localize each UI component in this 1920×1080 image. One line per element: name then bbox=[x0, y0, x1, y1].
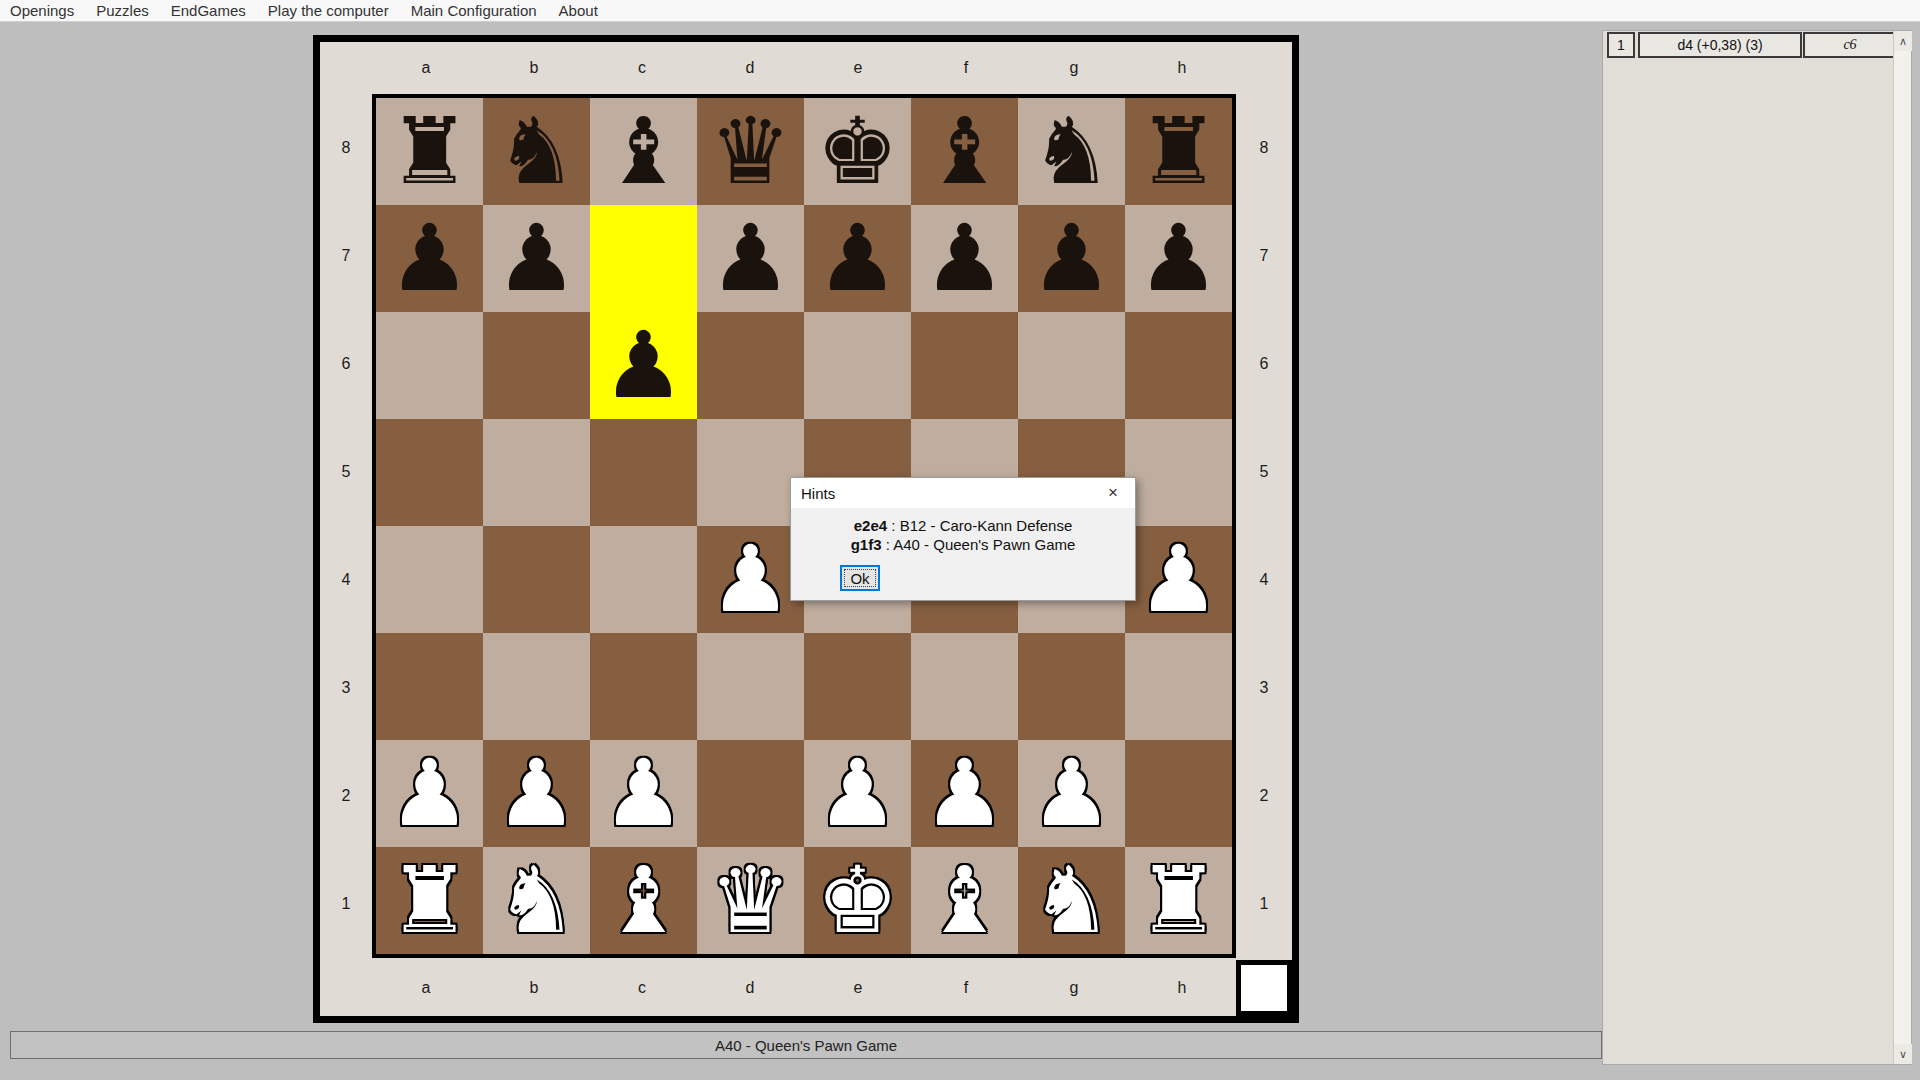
piece-white-pawn[interactable]: ♟ bbox=[495, 748, 577, 840]
square-e1[interactable]: ♚ bbox=[804, 847, 911, 954]
piece-white-queen[interactable]: ♛ bbox=[709, 855, 791, 947]
piece-black-pawn[interactable]: ♟ bbox=[923, 213, 1005, 305]
piece-black-pawn[interactable]: ♟ bbox=[709, 213, 791, 305]
piece-black-queen[interactable]: ♛ bbox=[709, 106, 791, 198]
square-g3[interactable] bbox=[1018, 633, 1125, 740]
move-list-panel: 1 d4 (+0,38) (3) c6 ∧ ∨ bbox=[1602, 30, 1912, 1065]
status-bar: A40 - Queen's Pawn Game bbox=[10, 1031, 1602, 1059]
piece-black-pawn[interactable]: ♟ bbox=[816, 213, 898, 305]
piece-white-pawn[interactable]: ♟ bbox=[709, 534, 791, 626]
rank-label-6: 6 bbox=[1236, 310, 1292, 418]
file-label-b: b bbox=[480, 42, 588, 94]
file-label-c: c bbox=[588, 958, 696, 1018]
move-row: 1 d4 (+0,38) (3) c6 bbox=[1603, 32, 1911, 58]
piece-white-pawn[interactable]: ♟ bbox=[1137, 534, 1219, 626]
square-h4[interactable]: ♟ bbox=[1125, 526, 1232, 633]
piece-black-knight[interactable]: ♞ bbox=[495, 106, 577, 198]
file-label-e: e bbox=[804, 42, 912, 94]
square-e3[interactable] bbox=[804, 633, 911, 740]
square-g1[interactable]: ♞ bbox=[1018, 847, 1125, 954]
hints-dialog-body: e2e4 : B12 - Caro-Kann Defense g1f3 : A4… bbox=[791, 508, 1135, 554]
square-c5[interactable] bbox=[590, 419, 697, 526]
square-f1[interactable]: ♝ bbox=[911, 847, 1018, 954]
rank-label-5: 5 bbox=[320, 418, 372, 526]
square-h8[interactable]: ♜ bbox=[1125, 98, 1232, 205]
square-g8[interactable]: ♞ bbox=[1018, 98, 1125, 205]
rank-label-3: 3 bbox=[1236, 634, 1292, 742]
hint-move-1: e2e4 bbox=[854, 517, 887, 534]
square-d1[interactable]: ♛ bbox=[697, 847, 804, 954]
piece-white-rook[interactable]: ♜ bbox=[1137, 855, 1219, 947]
hints-dialog-titlebar[interactable]: Hints × bbox=[791, 478, 1135, 508]
square-h2[interactable] bbox=[1125, 740, 1232, 847]
square-e8[interactable]: ♚ bbox=[804, 98, 911, 205]
square-c6[interactable]: ♟ bbox=[590, 312, 697, 419]
square-a2[interactable]: ♟ bbox=[376, 740, 483, 847]
rank-label-1: 1 bbox=[320, 850, 372, 958]
square-f7[interactable]: ♟ bbox=[911, 205, 1018, 312]
square-d5[interactable] bbox=[697, 419, 804, 526]
piece-black-bishop[interactable]: ♝ bbox=[602, 106, 684, 198]
white-move-cell[interactable]: d4 (+0,38) (3) bbox=[1638, 32, 1802, 58]
square-a4[interactable] bbox=[376, 526, 483, 633]
ok-button-label: Ok bbox=[842, 567, 878, 589]
rank-labels-right: 87654321 bbox=[1236, 94, 1292, 958]
square-b8[interactable]: ♞ bbox=[483, 98, 590, 205]
black-move-cell[interactable]: c6 bbox=[1803, 32, 1897, 58]
square-f2[interactable]: ♟ bbox=[911, 740, 1018, 847]
scroll-up-icon[interactable]: ∧ bbox=[1894, 31, 1912, 51]
square-b4[interactable] bbox=[483, 526, 590, 633]
rank-label-1: 1 bbox=[1236, 850, 1292, 958]
square-a8[interactable]: ♜ bbox=[376, 98, 483, 205]
square-f3[interactable] bbox=[911, 633, 1018, 740]
square-b5[interactable] bbox=[483, 419, 590, 526]
file-label-c: c bbox=[588, 42, 696, 94]
file-label-f: f bbox=[912, 42, 1020, 94]
piece-white-king[interactable]: ♚ bbox=[816, 855, 898, 947]
piece-white-pawn[interactable]: ♟ bbox=[923, 748, 1005, 840]
file-label-b: b bbox=[480, 958, 588, 1018]
file-labels-bottom: abcdefgh bbox=[372, 958, 1236, 1018]
file-label-a: a bbox=[372, 958, 480, 1018]
square-g7[interactable]: ♟ bbox=[1018, 205, 1125, 312]
rank-label-5: 5 bbox=[1236, 418, 1292, 526]
piece-black-rook[interactable]: ♜ bbox=[388, 106, 470, 198]
rank-label-4: 4 bbox=[1236, 526, 1292, 634]
piece-black-king[interactable]: ♚ bbox=[816, 106, 898, 198]
hints-dialog-title: Hints bbox=[801, 485, 835, 502]
square-g6[interactable] bbox=[1018, 312, 1125, 419]
piece-black-pawn[interactable]: ♟ bbox=[495, 213, 577, 305]
status-text: A40 - Queen's Pawn Game bbox=[715, 1037, 897, 1054]
rank-label-2: 2 bbox=[1236, 742, 1292, 850]
piece-white-knight[interactable]: ♞ bbox=[495, 855, 577, 947]
square-f8[interactable]: ♝ bbox=[911, 98, 1018, 205]
piece-white-bishop[interactable]: ♝ bbox=[923, 855, 1005, 947]
square-d7[interactable]: ♟ bbox=[697, 205, 804, 312]
file-label-a: a bbox=[372, 42, 480, 94]
file-label-d: d bbox=[696, 958, 804, 1018]
square-a5[interactable] bbox=[376, 419, 483, 526]
square-h6[interactable] bbox=[1125, 312, 1232, 419]
side-to-move-indicator bbox=[1236, 960, 1292, 1016]
square-d2[interactable] bbox=[697, 740, 804, 847]
square-d6[interactable] bbox=[697, 312, 804, 419]
file-label-d: d bbox=[696, 42, 804, 94]
piece-black-rook[interactable]: ♜ bbox=[1137, 106, 1219, 198]
piece-black-pawn[interactable]: ♟ bbox=[1137, 213, 1219, 305]
square-b1[interactable]: ♞ bbox=[483, 847, 590, 954]
square-e2[interactable]: ♟ bbox=[804, 740, 911, 847]
square-f6[interactable] bbox=[911, 312, 1018, 419]
square-d4[interactable]: ♟ bbox=[697, 526, 804, 633]
square-c3[interactable] bbox=[590, 633, 697, 740]
square-a7[interactable]: ♟ bbox=[376, 205, 483, 312]
rank-label-7: 7 bbox=[320, 202, 372, 310]
square-c1[interactable]: ♝ bbox=[590, 847, 697, 954]
square-e7[interactable]: ♟ bbox=[804, 205, 911, 312]
square-e6[interactable] bbox=[804, 312, 911, 419]
piece-white-bishop[interactable]: ♝ bbox=[602, 855, 684, 947]
ok-button[interactable]: Ok bbox=[840, 565, 880, 591]
scroll-down-icon[interactable]: ∨ bbox=[1894, 1044, 1912, 1064]
piece-black-pawn[interactable]: ♟ bbox=[602, 320, 684, 412]
square-a6[interactable] bbox=[376, 312, 483, 419]
file-label-h: h bbox=[1128, 42, 1236, 94]
rank-labels-left: 87654321 bbox=[320, 94, 372, 958]
hint-line-2: g1f3 : A40 - Queen's Pawn Game bbox=[791, 535, 1135, 554]
hints-dialog: Hints × e2e4 : B12 - Caro-Kann Defense g… bbox=[790, 477, 1136, 601]
square-b6[interactable] bbox=[483, 312, 590, 419]
hint-text-1: : B12 - Caro-Kann Defense bbox=[887, 517, 1072, 534]
rank-label-2: 2 bbox=[320, 742, 372, 850]
rank-label-3: 3 bbox=[320, 634, 372, 742]
file-label-g: g bbox=[1020, 42, 1128, 94]
menu-bar: Openings Puzzles EndGames Play the compu… bbox=[0, 0, 1920, 22]
square-c7[interactable] bbox=[590, 205, 697, 312]
square-d3[interactable] bbox=[697, 633, 804, 740]
square-h7[interactable]: ♟ bbox=[1125, 205, 1232, 312]
piece-black-bishop[interactable]: ♝ bbox=[923, 106, 1005, 198]
square-b2[interactable]: ♟ bbox=[483, 740, 590, 847]
rank-label-8: 8 bbox=[1236, 94, 1292, 202]
square-a3[interactable] bbox=[376, 633, 483, 740]
piece-white-pawn[interactable]: ♟ bbox=[816, 748, 898, 840]
hint-move-2: g1f3 bbox=[851, 536, 882, 553]
file-labels-top: abcdefgh bbox=[372, 42, 1236, 94]
file-label-e: e bbox=[804, 958, 912, 1018]
piece-white-rook[interactable]: ♜ bbox=[388, 855, 470, 947]
rank-label-8: 8 bbox=[320, 94, 372, 202]
file-label-g: g bbox=[1020, 958, 1128, 1018]
square-h3[interactable] bbox=[1125, 633, 1232, 740]
square-c8[interactable]: ♝ bbox=[590, 98, 697, 205]
rank-label-4: 4 bbox=[320, 526, 372, 634]
square-g2[interactable]: ♟ bbox=[1018, 740, 1125, 847]
close-icon[interactable]: × bbox=[1101, 481, 1125, 505]
move-list-scrollbar[interactable]: ∧ ∨ bbox=[1893, 31, 1911, 1064]
piece-white-pawn[interactable]: ♟ bbox=[602, 748, 684, 840]
move-number-cell[interactable]: 1 bbox=[1607, 32, 1635, 58]
square-b7[interactable]: ♟ bbox=[483, 205, 590, 312]
menu-play-computer[interactable]: Play the computer bbox=[268, 2, 389, 19]
rank-label-6: 6 bbox=[320, 310, 372, 418]
piece-white-knight[interactable]: ♞ bbox=[1030, 855, 1112, 947]
menu-about[interactable]: About bbox=[559, 2, 598, 19]
piece-white-pawn[interactable]: ♟ bbox=[1030, 748, 1112, 840]
piece-white-pawn[interactable]: ♟ bbox=[388, 748, 470, 840]
piece-black-pawn[interactable]: ♟ bbox=[1030, 213, 1112, 305]
square-d8[interactable]: ♛ bbox=[697, 98, 804, 205]
square-c4[interactable] bbox=[590, 526, 697, 633]
hint-line-1: e2e4 : B12 - Caro-Kann Defense bbox=[791, 516, 1135, 535]
menu-openings[interactable]: Openings bbox=[10, 2, 74, 19]
square-c2[interactable]: ♟ bbox=[590, 740, 697, 847]
square-h1[interactable]: ♜ bbox=[1125, 847, 1232, 954]
rank-label-7: 7 bbox=[1236, 202, 1292, 310]
piece-black-pawn[interactable]: ♟ bbox=[388, 213, 470, 305]
menu-main-configuration[interactable]: Main Configuration bbox=[411, 2, 537, 19]
menu-endgames[interactable]: EndGames bbox=[171, 2, 246, 19]
square-a1[interactable]: ♜ bbox=[376, 847, 483, 954]
hint-text-2: : A40 - Queen's Pawn Game bbox=[882, 536, 1076, 553]
menu-puzzles[interactable]: Puzzles bbox=[96, 2, 149, 19]
file-label-f: f bbox=[912, 958, 1020, 1018]
piece-black-knight[interactable]: ♞ bbox=[1030, 106, 1112, 198]
square-b3[interactable] bbox=[483, 633, 590, 740]
file-label-h: h bbox=[1128, 958, 1236, 1018]
square-h5[interactable] bbox=[1125, 419, 1232, 526]
